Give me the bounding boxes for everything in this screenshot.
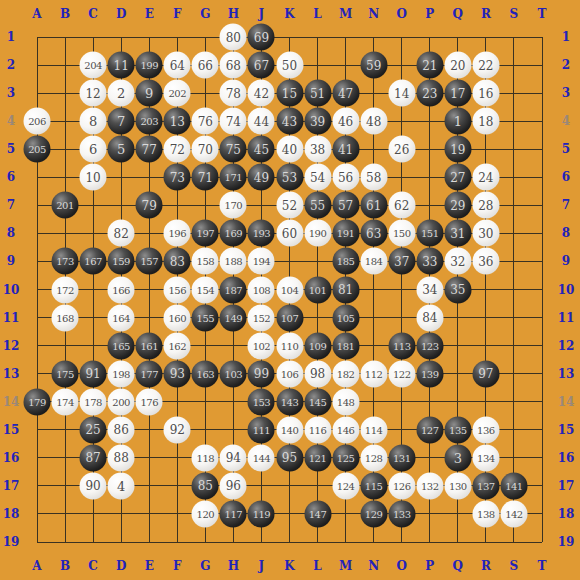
stone-D16-move-88[interactable]: 88	[108, 444, 135, 471]
stone-H8-move-169[interactable]: 169	[220, 220, 247, 247]
stone-G6-move-71[interactable]: 71	[192, 164, 219, 191]
row-label-right-17: 17	[558, 480, 575, 492]
stone-K14-move-143[interactable]: 143	[276, 388, 303, 415]
stone-M15-move-146[interactable]: 146	[332, 416, 359, 443]
stone-M4-move-46[interactable]: 46	[332, 108, 359, 135]
stone-P9-move-33[interactable]: 33	[416, 248, 443, 275]
row-label-left-1: 1	[7, 31, 15, 43]
row-label-left-19: 19	[3, 536, 20, 548]
col-label-bottom-C: C	[88, 560, 98, 572]
stone-D17-move-4[interactable]: 4	[108, 472, 135, 499]
stone-H13-move-103[interactable]: 103	[220, 360, 247, 387]
stone-G8-move-197[interactable]: 197	[192, 220, 219, 247]
stone-J4-move-44[interactable]: 44	[248, 108, 275, 135]
stone-F4-move-13[interactable]: 13	[164, 108, 191, 135]
row-label-right-14: 14	[558, 396, 575, 408]
row-label-left-3: 3	[7, 87, 15, 99]
stone-C3-move-12[interactable]: 12	[80, 80, 107, 107]
stone-E5-move-77[interactable]: 77	[136, 136, 163, 163]
stone-K8-move-60[interactable]: 60	[276, 220, 303, 247]
stone-R4-move-18[interactable]: 18	[472, 108, 499, 135]
stone-L3-move-51[interactable]: 51	[304, 80, 331, 107]
row-label-left-7: 7	[7, 199, 15, 211]
stone-D12-move-165[interactable]: 165	[108, 332, 135, 359]
col-label-top-S: S	[510, 8, 519, 20]
col-label-bottom-S: S	[510, 560, 519, 572]
stone-F11-move-160[interactable]: 160	[164, 304, 191, 331]
stone-F3-move-202[interactable]: 202	[164, 80, 191, 107]
stone-L12-move-109[interactable]: 109	[304, 332, 331, 359]
row-label-right-19: 19	[558, 536, 575, 548]
stone-R8-move-30[interactable]: 30	[472, 220, 499, 247]
stone-M7-move-57[interactable]: 57	[332, 192, 359, 219]
stone-O5-move-26[interactable]: 26	[388, 136, 415, 163]
stone-J6-move-49[interactable]: 49	[248, 164, 275, 191]
row-label-left-10: 10	[3, 284, 20, 296]
col-label-bottom-G: G	[200, 560, 210, 572]
stone-H5-move-75[interactable]: 75	[220, 136, 247, 163]
col-label-bottom-E: E	[145, 560, 154, 572]
stone-Q8-move-31[interactable]: 31	[444, 220, 471, 247]
col-label-top-D: D	[116, 8, 126, 20]
stone-B14-move-174[interactable]: 174	[52, 388, 79, 415]
col-label-top-O: O	[396, 8, 406, 20]
stone-F9-move-83[interactable]: 83	[164, 248, 191, 275]
stone-E7-move-79[interactable]: 79	[136, 192, 163, 219]
stone-L7-move-55[interactable]: 55	[304, 192, 331, 219]
stone-L10-move-101[interactable]: 101	[304, 276, 331, 303]
stone-H9-move-188[interactable]: 188	[220, 248, 247, 275]
col-label-bottom-K: K	[284, 560, 294, 572]
stone-O9-move-37[interactable]: 37	[388, 248, 415, 275]
stone-C6-move-10[interactable]: 10	[80, 164, 107, 191]
stone-N16-move-128[interactable]: 128	[360, 444, 387, 471]
stone-K16-move-95[interactable]: 95	[276, 444, 303, 471]
col-label-top-L: L	[313, 8, 321, 20]
stone-J15-move-111[interactable]: 111	[248, 416, 275, 443]
stone-M11-move-105[interactable]: 105	[332, 304, 359, 331]
stone-P2-move-21[interactable]: 21	[416, 52, 443, 79]
col-label-top-J: J	[259, 8, 265, 20]
row-label-right-2: 2	[562, 59, 570, 71]
row-label-right-4: 4	[562, 115, 570, 127]
col-label-top-E: E	[145, 8, 154, 20]
stone-J16-move-144[interactable]: 144	[248, 444, 275, 471]
col-label-bottom-O: O	[396, 560, 406, 572]
go-board[interactable]: AABBCCDDEEFFGGHHJJKKLLMMNNOOPPQQRRSSTT11…	[0, 0, 580, 580]
stone-C5-move-6[interactable]: 6	[80, 136, 107, 163]
stone-P8-move-151[interactable]: 151	[416, 220, 443, 247]
stone-N13-move-112[interactable]: 112	[360, 360, 387, 387]
col-label-bottom-P: P	[425, 560, 434, 572]
row-label-left-17: 17	[3, 480, 20, 492]
stone-D14-move-200[interactable]: 200	[108, 388, 135, 415]
stone-M16-move-125[interactable]: 125	[332, 444, 359, 471]
row-label-right-8: 8	[562, 227, 570, 239]
col-label-bottom-N: N	[368, 560, 379, 572]
stone-R7-move-28[interactable]: 28	[472, 192, 499, 219]
stone-Q4-move-1[interactable]: 1	[444, 108, 471, 135]
col-label-top-H: H	[228, 8, 239, 20]
stone-H3-move-78[interactable]: 78	[220, 80, 247, 107]
stone-F2-move-64[interactable]: 64	[164, 52, 191, 79]
col-label-top-Q: Q	[453, 8, 463, 20]
col-label-bottom-A: A	[32, 560, 41, 572]
col-label-bottom-F: F	[173, 560, 182, 572]
stone-A4-move-206[interactable]: 206	[24, 108, 51, 135]
row-label-left-9: 9	[7, 255, 15, 267]
col-label-top-R: R	[481, 8, 491, 20]
stone-E4-move-203[interactable]: 203	[136, 108, 163, 135]
row-label-left-15: 15	[3, 424, 20, 436]
row-label-left-18: 18	[3, 508, 20, 520]
stone-R2-move-22[interactable]: 22	[472, 52, 499, 79]
stone-C9-move-167[interactable]: 167	[80, 248, 107, 275]
stone-H11-move-149[interactable]: 149	[220, 304, 247, 331]
stone-J11-move-152[interactable]: 152	[248, 304, 275, 331]
stone-L4-move-39[interactable]: 39	[304, 108, 331, 135]
stone-G11-move-155[interactable]: 155	[192, 304, 219, 331]
col-label-top-C: C	[88, 8, 98, 20]
stone-E2-move-199[interactable]: 199	[136, 52, 163, 79]
stone-M13-move-182[interactable]: 182	[332, 360, 359, 387]
stone-J5-move-45[interactable]: 45	[248, 136, 275, 163]
stone-B13-move-175[interactable]: 175	[52, 360, 79, 387]
stone-L18-move-147[interactable]: 147	[304, 500, 331, 527]
col-label-bottom-T: T	[538, 560, 547, 572]
stone-R15-move-136[interactable]: 136	[472, 416, 499, 443]
row-label-left-12: 12	[3, 340, 20, 352]
col-label-top-M: M	[339, 8, 352, 20]
stone-K11-move-107[interactable]: 107	[276, 304, 303, 331]
col-label-bottom-M: M	[339, 560, 352, 572]
stone-Q2-move-20[interactable]: 20	[444, 52, 471, 79]
row-label-left-4: 4	[7, 115, 15, 127]
stone-K3-move-15[interactable]: 15	[276, 80, 303, 107]
stone-F6-move-73[interactable]: 73	[164, 164, 191, 191]
stone-D13-move-198[interactable]: 198	[108, 360, 135, 387]
row-label-left-14: 14	[3, 396, 20, 408]
col-label-bottom-R: R	[481, 560, 491, 572]
stone-O8-move-150[interactable]: 150	[388, 220, 415, 247]
stone-J12-move-102[interactable]: 102	[248, 332, 275, 359]
stone-D4-move-7[interactable]: 7	[108, 108, 135, 135]
stone-B11-move-168[interactable]: 168	[52, 304, 79, 331]
stone-L14-move-145[interactable]: 145	[304, 388, 331, 415]
stone-C4-move-8[interactable]: 8	[80, 108, 107, 135]
stone-H1-move-80[interactable]: 80	[220, 24, 247, 51]
stone-N8-move-63[interactable]: 63	[360, 220, 387, 247]
stone-N6-move-58[interactable]: 58	[360, 164, 387, 191]
row-label-right-11: 11	[558, 312, 575, 324]
stone-J9-move-194[interactable]: 194	[248, 248, 275, 275]
stone-E3-move-9[interactable]: 9	[136, 80, 163, 107]
stone-E13-move-177[interactable]: 177	[136, 360, 163, 387]
stone-K7-move-52[interactable]: 52	[276, 192, 303, 219]
stone-J14-move-153[interactable]: 153	[248, 388, 275, 415]
col-label-top-K: K	[284, 8, 294, 20]
stone-G4-move-76[interactable]: 76	[192, 108, 219, 135]
row-label-right-1: 1	[562, 31, 570, 43]
stone-N9-move-184[interactable]: 184	[360, 248, 387, 275]
stone-K5-move-40[interactable]: 40	[276, 136, 303, 163]
stone-M12-move-181[interactable]: 181	[332, 332, 359, 359]
stone-R3-move-16[interactable]: 16	[472, 80, 499, 107]
stone-B7-move-201[interactable]: 201	[52, 192, 79, 219]
row-label-right-12: 12	[558, 340, 575, 352]
col-label-top-T: T	[538, 8, 547, 20]
stone-M6-move-56[interactable]: 56	[332, 164, 359, 191]
row-label-right-5: 5	[562, 143, 570, 155]
stone-H2-move-68[interactable]: 68	[220, 52, 247, 79]
stone-L6-move-54[interactable]: 54	[304, 164, 331, 191]
col-label-top-P: P	[425, 8, 434, 20]
stone-Q5-move-19[interactable]: 19	[444, 136, 471, 163]
stone-L15-move-116[interactable]: 116	[304, 416, 331, 443]
col-label-bottom-Q: Q	[453, 560, 463, 572]
stone-L5-move-38[interactable]: 38	[304, 136, 331, 163]
stone-C2-move-204[interactable]: 204	[80, 52, 107, 79]
col-label-bottom-H: H	[228, 560, 239, 572]
stone-R13-move-97[interactable]: 97	[472, 360, 499, 387]
stone-P12-move-123[interactable]: 123	[416, 332, 443, 359]
stone-F15-move-92[interactable]: 92	[164, 416, 191, 443]
stone-K10-move-104[interactable]: 104	[276, 276, 303, 303]
stone-R6-move-24[interactable]: 24	[472, 164, 499, 191]
stone-J1-move-69[interactable]: 69	[248, 24, 275, 51]
stone-D9-move-159[interactable]: 159	[108, 248, 135, 275]
stone-O18-move-133[interactable]: 133	[388, 500, 415, 527]
stone-M14-move-148[interactable]: 148	[332, 388, 359, 415]
stone-G16-move-118[interactable]: 118	[192, 444, 219, 471]
stone-P13-move-139[interactable]: 139	[416, 360, 443, 387]
stone-G5-move-70[interactable]: 70	[192, 136, 219, 163]
row-label-right-15: 15	[558, 424, 575, 436]
row-label-left-2: 2	[7, 59, 15, 71]
col-label-bottom-D: D	[116, 560, 126, 572]
stone-N4-move-48[interactable]: 48	[360, 108, 387, 135]
col-label-top-N: N	[368, 8, 379, 20]
row-label-left-8: 8	[7, 227, 15, 239]
row-label-right-16: 16	[558, 452, 575, 464]
stone-F10-move-156[interactable]: 156	[164, 276, 191, 303]
stone-P3-move-23[interactable]: 23	[416, 80, 443, 107]
stone-N17-move-115[interactable]: 115	[360, 472, 387, 499]
col-label-bottom-B: B	[60, 560, 70, 572]
stone-O17-move-126[interactable]: 126	[388, 472, 415, 499]
stone-Q9-move-32[interactable]: 32	[444, 248, 471, 275]
stone-G10-move-154[interactable]: 154	[192, 276, 219, 303]
stone-M8-move-191[interactable]: 191	[332, 220, 359, 247]
row-label-left-5: 5	[7, 143, 15, 155]
stone-E12-move-161[interactable]: 161	[136, 332, 163, 359]
stone-Q6-move-27[interactable]: 27	[444, 164, 471, 191]
stone-H18-move-117[interactable]: 117	[220, 500, 247, 527]
stone-L13-move-98[interactable]: 98	[304, 360, 331, 387]
stone-R18-move-138[interactable]: 138	[472, 500, 499, 527]
stone-M5-move-41[interactable]: 41	[332, 136, 359, 163]
stone-N15-move-114[interactable]: 114	[360, 416, 387, 443]
stone-C17-move-90[interactable]: 90	[80, 472, 107, 499]
stone-R9-move-36[interactable]: 36	[472, 248, 499, 275]
stone-O7-move-62[interactable]: 62	[388, 192, 415, 219]
row-label-left-13: 13	[3, 368, 20, 380]
stone-S18-move-142[interactable]: 142	[500, 500, 527, 527]
stone-P10-move-34[interactable]: 34	[416, 276, 443, 303]
row-label-right-13: 13	[558, 368, 575, 380]
stone-O3-move-14[interactable]: 14	[388, 80, 415, 107]
stone-D3-move-2[interactable]: 2	[108, 80, 135, 107]
stone-D10-move-166[interactable]: 166	[108, 276, 135, 303]
stone-O16-move-131[interactable]: 131	[388, 444, 415, 471]
stone-M17-move-124[interactable]: 124	[332, 472, 359, 499]
stone-C15-move-25[interactable]: 25	[80, 416, 107, 443]
stone-D5-move-5[interactable]: 5	[108, 136, 135, 163]
stone-F12-move-162[interactable]: 162	[164, 332, 191, 359]
stone-Q3-move-17[interactable]: 17	[444, 80, 471, 107]
row-label-right-9: 9	[562, 255, 570, 267]
stone-K4-move-43[interactable]: 43	[276, 108, 303, 135]
stone-J3-move-42[interactable]: 42	[248, 80, 275, 107]
row-label-left-16: 16	[3, 452, 20, 464]
stone-D8-move-82[interactable]: 82	[108, 220, 135, 247]
col-label-top-F: F	[173, 8, 182, 20]
row-label-right-3: 3	[562, 87, 570, 99]
col-label-bottom-J: J	[259, 560, 265, 572]
row-label-right-7: 7	[562, 199, 570, 211]
stone-P11-move-84[interactable]: 84	[416, 304, 443, 331]
stone-D2-move-11[interactable]: 11	[108, 52, 135, 79]
stone-L16-move-121[interactable]: 121	[304, 444, 331, 471]
stone-A14-move-179[interactable]: 179	[24, 388, 51, 415]
stone-C16-move-87[interactable]: 87	[80, 444, 107, 471]
stone-R16-move-134[interactable]: 134	[472, 444, 499, 471]
stone-K2-move-50[interactable]: 50	[276, 52, 303, 79]
stone-M9-move-185[interactable]: 185	[332, 248, 359, 275]
stone-P17-move-132[interactable]: 132	[416, 472, 443, 499]
row-label-left-11: 11	[3, 312, 20, 324]
stone-J13-move-99[interactable]: 99	[248, 360, 275, 387]
col-label-top-B: B	[60, 8, 70, 20]
stone-Q17-move-130[interactable]: 130	[444, 472, 471, 499]
row-label-right-10: 10	[558, 284, 575, 296]
stone-F8-move-196[interactable]: 196	[164, 220, 191, 247]
stone-G17-move-85[interactable]: 85	[192, 472, 219, 499]
stone-B10-move-172[interactable]: 172	[52, 276, 79, 303]
stone-M3-move-47[interactable]: 47	[332, 80, 359, 107]
row-label-left-6: 6	[7, 171, 15, 183]
stone-K13-move-106[interactable]: 106	[276, 360, 303, 387]
stone-A5-move-205[interactable]: 205	[24, 136, 51, 163]
stone-K12-move-110[interactable]: 110	[276, 332, 303, 359]
stone-E9-move-157[interactable]: 157	[136, 248, 163, 275]
stone-N18-move-129[interactable]: 129	[360, 500, 387, 527]
stone-O13-move-122[interactable]: 122	[388, 360, 415, 387]
stone-J10-move-108[interactable]: 108	[248, 276, 275, 303]
stone-G2-move-66[interactable]: 66	[192, 52, 219, 79]
stone-P15-move-127[interactable]: 127	[416, 416, 443, 443]
stone-Q16-move-3[interactable]: 3	[444, 444, 471, 471]
row-label-right-18: 18	[558, 508, 575, 520]
row-label-right-6: 6	[562, 171, 570, 183]
stone-F5-move-72[interactable]: 72	[164, 136, 191, 163]
stone-R17-move-137[interactable]: 137	[472, 472, 499, 499]
stone-D15-move-86[interactable]: 86	[108, 416, 135, 443]
stone-H4-move-74[interactable]: 74	[220, 108, 247, 135]
stone-H7-move-170[interactable]: 170	[220, 192, 247, 219]
stone-G18-move-120[interactable]: 120	[192, 500, 219, 527]
stone-H17-move-96[interactable]: 96	[220, 472, 247, 499]
stone-B9-move-173[interactable]: 173	[52, 248, 79, 275]
stone-C14-move-178[interactable]: 178	[80, 388, 107, 415]
stone-F13-move-93[interactable]: 93	[164, 360, 191, 387]
stone-Q7-move-29[interactable]: 29	[444, 192, 471, 219]
stone-S17-move-141[interactable]: 141	[500, 472, 527, 499]
stone-J2-move-67[interactable]: 67	[248, 52, 275, 79]
stone-G9-move-158[interactable]: 158	[192, 248, 219, 275]
stone-N2-move-59[interactable]: 59	[360, 52, 387, 79]
stone-J8-move-193[interactable]: 193	[248, 220, 275, 247]
stone-H6-move-171[interactable]: 171	[220, 164, 247, 191]
stone-H10-move-187[interactable]: 187	[220, 276, 247, 303]
stone-C13-move-91[interactable]: 91	[80, 360, 107, 387]
stone-G13-move-163[interactable]: 163	[192, 360, 219, 387]
stone-L8-move-190[interactable]: 190	[304, 220, 331, 247]
stone-K6-move-53[interactable]: 53	[276, 164, 303, 191]
stone-O12-move-113[interactable]: 113	[388, 332, 415, 359]
stone-N7-move-61[interactable]: 61	[360, 192, 387, 219]
stone-Q10-move-35[interactable]: 35	[444, 276, 471, 303]
col-label-top-G: G	[200, 8, 210, 20]
stone-M10-move-81[interactable]: 81	[332, 276, 359, 303]
stone-D11-move-164[interactable]: 164	[108, 304, 135, 331]
stone-E14-move-176[interactable]: 176	[136, 388, 163, 415]
stone-K15-move-140[interactable]: 140	[276, 416, 303, 443]
col-label-bottom-L: L	[313, 560, 321, 572]
col-label-top-A: A	[32, 8, 41, 20]
stone-Q15-move-135[interactable]: 135	[444, 416, 471, 443]
stone-H16-move-94[interactable]: 94	[220, 444, 247, 471]
stone-J18-move-119[interactable]: 119	[248, 500, 275, 527]
